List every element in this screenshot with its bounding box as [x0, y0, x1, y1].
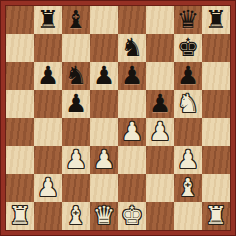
- white-pawn[interactable]: ♟: [149, 118, 171, 146]
- square-d2[interactable]: [90, 174, 118, 202]
- square-b8[interactable]: ♜: [34, 6, 62, 34]
- square-d4[interactable]: [90, 118, 118, 146]
- black-pawn[interactable]: ♟: [121, 62, 143, 90]
- square-c6[interactable]: ♞: [62, 62, 90, 90]
- square-f8[interactable]: [146, 6, 174, 34]
- square-a6[interactable]: [6, 62, 34, 90]
- square-c7[interactable]: [62, 34, 90, 62]
- square-d1[interactable]: ♛: [90, 202, 118, 230]
- black-rook[interactable]: ♜: [37, 6, 59, 34]
- square-d3[interactable]: ♟: [90, 146, 118, 174]
- square-h5[interactable]: [202, 90, 230, 118]
- square-c2[interactable]: [62, 174, 90, 202]
- board-frame: ♜♝♛♜♞♚♟♞♟♟♟♟♟♞♟♟♟♟♟♟♝♜♝♛♚♜: [0, 0, 236, 236]
- square-d8[interactable]: [90, 6, 118, 34]
- black-pawn[interactable]: ♟: [65, 90, 87, 118]
- black-queen[interactable]: ♛: [177, 6, 199, 34]
- square-e2[interactable]: [118, 174, 146, 202]
- square-c1[interactable]: ♝: [62, 202, 90, 230]
- black-bishop[interactable]: ♝: [65, 6, 87, 34]
- white-pawn[interactable]: ♟: [177, 146, 199, 174]
- square-d5[interactable]: [90, 90, 118, 118]
- square-h2[interactable]: [202, 174, 230, 202]
- black-pawn[interactable]: ♟: [149, 90, 171, 118]
- white-pawn[interactable]: ♟: [93, 146, 115, 174]
- square-g1[interactable]: [174, 202, 202, 230]
- square-e8[interactable]: [118, 6, 146, 34]
- square-f4[interactable]: ♟: [146, 118, 174, 146]
- square-b6[interactable]: ♟: [34, 62, 62, 90]
- square-b4[interactable]: [34, 118, 62, 146]
- square-a3[interactable]: [6, 146, 34, 174]
- black-pawn[interactable]: ♟: [93, 62, 115, 90]
- black-pawn[interactable]: ♟: [177, 62, 199, 90]
- square-c4[interactable]: [62, 118, 90, 146]
- square-h3[interactable]: [202, 146, 230, 174]
- square-c3[interactable]: ♟: [62, 146, 90, 174]
- square-g4[interactable]: [174, 118, 202, 146]
- black-knight[interactable]: ♞: [121, 34, 143, 62]
- square-g7[interactable]: ♚: [174, 34, 202, 62]
- square-f3[interactable]: [146, 146, 174, 174]
- square-h8[interactable]: ♜: [202, 6, 230, 34]
- square-f6[interactable]: [146, 62, 174, 90]
- square-b7[interactable]: [34, 34, 62, 62]
- white-pawn[interactable]: ♟: [37, 174, 59, 202]
- square-a5[interactable]: [6, 90, 34, 118]
- square-e1[interactable]: ♚: [118, 202, 146, 230]
- white-queen[interactable]: ♛: [93, 202, 115, 230]
- white-bishop[interactable]: ♝: [65, 202, 87, 230]
- square-f7[interactable]: [146, 34, 174, 62]
- square-a4[interactable]: [6, 118, 34, 146]
- square-b3[interactable]: [34, 146, 62, 174]
- black-king[interactable]: ♚: [177, 34, 199, 62]
- square-c5[interactable]: ♟: [62, 90, 90, 118]
- black-rook[interactable]: ♜: [205, 6, 227, 34]
- black-pawn[interactable]: ♟: [37, 62, 59, 90]
- square-h1[interactable]: ♜: [202, 202, 230, 230]
- white-knight[interactable]: ♞: [177, 90, 199, 118]
- square-e6[interactable]: ♟: [118, 62, 146, 90]
- white-king[interactable]: ♚: [121, 202, 143, 230]
- square-h4[interactable]: [202, 118, 230, 146]
- square-d7[interactable]: [90, 34, 118, 62]
- square-h7[interactable]: [202, 34, 230, 62]
- square-f1[interactable]: [146, 202, 174, 230]
- square-a8[interactable]: [6, 6, 34, 34]
- square-g2[interactable]: ♝: [174, 174, 202, 202]
- square-g3[interactable]: ♟: [174, 146, 202, 174]
- square-e7[interactable]: ♞: [118, 34, 146, 62]
- white-bishop[interactable]: ♝: [177, 174, 199, 202]
- square-b2[interactable]: ♟: [34, 174, 62, 202]
- square-a7[interactable]: [6, 34, 34, 62]
- square-b1[interactable]: [34, 202, 62, 230]
- square-e4[interactable]: ♟: [118, 118, 146, 146]
- black-knight[interactable]: ♞: [65, 62, 87, 90]
- square-e3[interactable]: [118, 146, 146, 174]
- square-a1[interactable]: ♜: [6, 202, 34, 230]
- square-b5[interactable]: [34, 90, 62, 118]
- square-h6[interactable]: [202, 62, 230, 90]
- square-g8[interactable]: ♛: [174, 6, 202, 34]
- chess-board: ♜♝♛♜♞♚♟♞♟♟♟♟♟♞♟♟♟♟♟♟♝♜♝♛♚♜: [6, 6, 230, 230]
- square-d6[interactable]: ♟: [90, 62, 118, 90]
- white-pawn[interactable]: ♟: [121, 118, 143, 146]
- white-pawn[interactable]: ♟: [65, 146, 87, 174]
- white-rook[interactable]: ♜: [9, 202, 31, 230]
- square-f2[interactable]: [146, 174, 174, 202]
- square-g5[interactable]: ♞: [174, 90, 202, 118]
- square-e5[interactable]: [118, 90, 146, 118]
- square-f5[interactable]: ♟: [146, 90, 174, 118]
- square-g6[interactable]: ♟: [174, 62, 202, 90]
- square-a2[interactable]: [6, 174, 34, 202]
- square-c8[interactable]: ♝: [62, 6, 90, 34]
- white-rook[interactable]: ♜: [205, 202, 227, 230]
